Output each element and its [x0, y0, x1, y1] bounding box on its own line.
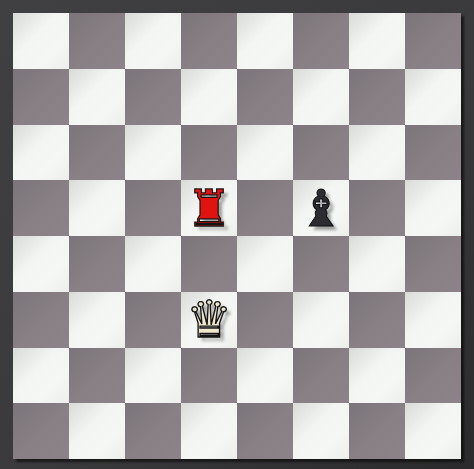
square-h5[interactable] [405, 180, 461, 236]
square-a5[interactable] [13, 180, 69, 236]
square-g6[interactable] [349, 125, 405, 181]
square-a1[interactable] [13, 403, 69, 459]
square-a8[interactable] [13, 13, 69, 69]
square-d3[interactable]: ♛ [181, 292, 237, 348]
square-e1[interactable] [237, 403, 293, 459]
square-b6[interactable] [69, 125, 125, 181]
square-g8[interactable] [349, 13, 405, 69]
square-h4[interactable] [405, 236, 461, 292]
square-e5[interactable] [237, 180, 293, 236]
square-c7[interactable] [125, 69, 181, 125]
square-c2[interactable] [125, 348, 181, 404]
square-e7[interactable] [237, 69, 293, 125]
square-a4[interactable] [13, 236, 69, 292]
square-a6[interactable] [13, 125, 69, 181]
square-c5[interactable] [125, 180, 181, 236]
square-f6[interactable] [293, 125, 349, 181]
square-g5[interactable] [349, 180, 405, 236]
square-d5[interactable]: ♜ [181, 180, 237, 236]
square-c3[interactable] [125, 292, 181, 348]
square-d8[interactable] [181, 13, 237, 69]
square-h1[interactable] [405, 403, 461, 459]
square-f2[interactable] [293, 348, 349, 404]
square-f4[interactable] [293, 236, 349, 292]
square-b7[interactable] [69, 69, 125, 125]
square-c6[interactable] [125, 125, 181, 181]
square-e6[interactable] [237, 125, 293, 181]
square-f8[interactable] [293, 13, 349, 69]
square-g1[interactable] [349, 403, 405, 459]
square-f7[interactable] [293, 69, 349, 125]
square-g2[interactable] [349, 348, 405, 404]
square-h6[interactable] [405, 125, 461, 181]
square-b3[interactable] [69, 292, 125, 348]
square-a3[interactable] [13, 292, 69, 348]
square-g7[interactable] [349, 69, 405, 125]
square-a7[interactable] [13, 69, 69, 125]
chess-board-frame: ♜♝♛ [0, 0, 474, 469]
square-b5[interactable] [69, 180, 125, 236]
square-a2[interactable] [13, 348, 69, 404]
piece-black-bishop[interactable]: ♝ [298, 183, 344, 234]
square-d2[interactable] [181, 348, 237, 404]
square-h2[interactable] [405, 348, 461, 404]
square-b8[interactable] [69, 13, 125, 69]
square-g3[interactable] [349, 292, 405, 348]
square-b4[interactable] [69, 236, 125, 292]
square-e8[interactable] [237, 13, 293, 69]
square-e3[interactable] [237, 292, 293, 348]
square-e4[interactable] [237, 236, 293, 292]
square-g4[interactable] [349, 236, 405, 292]
square-f5[interactable]: ♝ [293, 180, 349, 236]
square-f1[interactable] [293, 403, 349, 459]
square-c4[interactable] [125, 236, 181, 292]
square-h7[interactable] [405, 69, 461, 125]
square-d6[interactable] [181, 125, 237, 181]
square-e2[interactable] [237, 348, 293, 404]
square-d7[interactable] [181, 69, 237, 125]
piece-red-rook[interactable]: ♜ [186, 183, 232, 234]
chess-board: ♜♝♛ [13, 13, 461, 459]
square-h3[interactable] [405, 292, 461, 348]
square-d4[interactable] [181, 236, 237, 292]
square-h8[interactable] [405, 13, 461, 69]
square-b2[interactable] [69, 348, 125, 404]
piece-white-queen[interactable]: ♛ [186, 294, 232, 345]
square-b1[interactable] [69, 403, 125, 459]
square-c8[interactable] [125, 13, 181, 69]
square-d1[interactable] [181, 403, 237, 459]
square-f3[interactable] [293, 292, 349, 348]
square-c1[interactable] [125, 403, 181, 459]
